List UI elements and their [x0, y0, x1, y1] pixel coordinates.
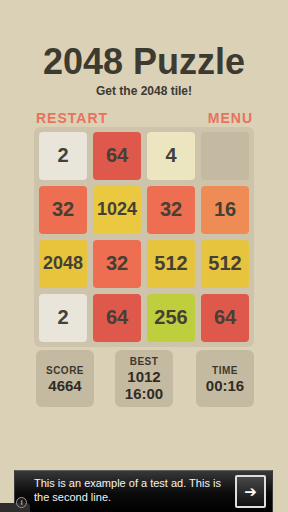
ad-text-line2: the second line.: [34, 490, 224, 504]
ad-text: This is an example of a test ad. This is…: [34, 476, 224, 504]
restart-button[interactable]: RESTART: [36, 110, 108, 126]
time-box: TIME 00:16: [196, 350, 254, 407]
best-score-value: 1012: [127, 368, 160, 385]
score-label: SCORE: [46, 364, 84, 377]
tile-1024-r1c1: 1024: [93, 186, 141, 234]
tile-value: 2: [57, 144, 68, 167]
tile-value: 512: [208, 252, 241, 275]
score-value: 4664: [48, 377, 81, 394]
tile-value: 2: [57, 306, 68, 329]
page-subtitle: Get the 2048 tile!: [0, 84, 288, 98]
tile-value: 64: [106, 144, 128, 167]
tile-512-r2c3: 512: [201, 240, 249, 288]
tile-value: 32: [52, 198, 74, 221]
tile-value: 4: [165, 144, 176, 167]
tile-2-r3c0: 2: [39, 294, 87, 342]
tile-256-r3c2: 256: [147, 294, 195, 342]
tile-value: 64: [214, 306, 236, 329]
ad-arrow-button[interactable]: ➔: [235, 475, 266, 508]
tile-16-r1c3: 16: [201, 186, 249, 234]
score-box: SCORE 4664: [36, 350, 94, 407]
tile-64-r3c3: 64: [201, 294, 249, 342]
empty-cell-r0c3: [201, 132, 249, 180]
tile-32-r2c1: 32: [93, 240, 141, 288]
menu-button[interactable]: MENU: [208, 110, 253, 126]
best-time-value: 16:00: [125, 385, 163, 402]
tile-2048-r2c0: 2048: [39, 240, 87, 288]
tile-value: 256: [154, 306, 187, 329]
page-title: 2048 Puzzle: [0, 41, 288, 83]
tile-value: 1024: [97, 199, 137, 220]
best-label: BEST: [130, 355, 159, 368]
tile-512-r2c2: 512: [147, 240, 195, 288]
app-screen: 2048 Puzzle Get the 2048 tile! RESTART M…: [0, 0, 288, 512]
best-box: BEST 1012 16:00: [115, 350, 173, 407]
ad-text-line1: This is an example of a test ad. This is: [34, 476, 224, 490]
game-board[interactable]: 2644321024321620483251251226425664: [34, 127, 254, 347]
tile-value: 32: [106, 252, 128, 275]
tile-value: 16: [214, 198, 236, 221]
right-arrow-icon: ➔: [244, 483, 257, 501]
tile-value: 64: [106, 306, 128, 329]
tile-4-r0c2: 4: [147, 132, 195, 180]
tile-32-r1c0: 32: [39, 186, 87, 234]
ad-banner[interactable]: This is an example of a test ad. This is…: [14, 470, 273, 512]
tile-64-r0c1: 64: [93, 132, 141, 180]
tile-value: 512: [154, 252, 187, 275]
tile-64-r3c1: 64: [93, 294, 141, 342]
tile-2-r0c0: 2: [39, 132, 87, 180]
tile-value: 2048: [43, 253, 83, 274]
tile-value: 32: [160, 198, 182, 221]
tile-32-r1c2: 32: [147, 186, 195, 234]
time-value: 00:16: [206, 377, 244, 394]
info-icon[interactable]: i: [16, 497, 27, 508]
time-label: TIME: [212, 364, 238, 377]
